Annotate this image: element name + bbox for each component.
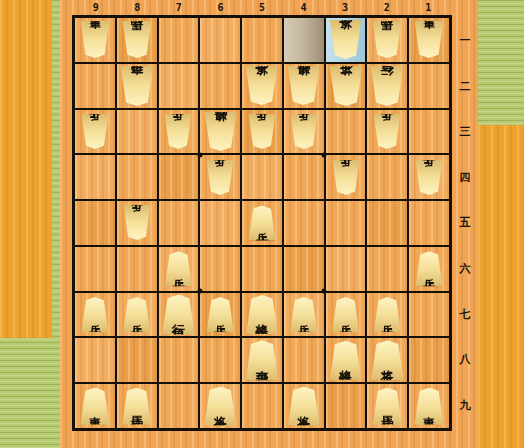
- square-86[interactable]: [117, 247, 157, 291]
- rank-label-4: 四: [452, 155, 478, 201]
- piece-kanji: 桂馬: [131, 405, 143, 408]
- square-98[interactable]: [75, 338, 115, 382]
- square-85[interactable]: 歩兵: [117, 201, 157, 245]
- square-89[interactable]: 桂馬: [117, 384, 157, 428]
- square-15[interactable]: [409, 201, 449, 245]
- square-72[interactable]: [159, 64, 199, 108]
- sente-pawn-87[interactable]: 歩兵: [123, 297, 151, 332]
- square-57[interactable]: 銀将: [242, 293, 282, 337]
- square-97[interactable]: 歩兵: [75, 293, 115, 337]
- square-96[interactable]: [75, 247, 115, 291]
- gote-knight-21[interactable]: 桂馬: [372, 21, 402, 58]
- square-95[interactable]: [75, 201, 115, 245]
- piece-kanji: 桂馬: [131, 38, 143, 41]
- gote-pawn-43[interactable]: 歩兵: [290, 114, 318, 149]
- piece-kanji: 王将: [339, 84, 352, 87]
- square-64[interactable]: 歩兵: [200, 155, 240, 199]
- square-74[interactable]: [159, 155, 199, 199]
- square-32[interactable]: 王将: [326, 64, 366, 108]
- star-point: [322, 289, 327, 294]
- sente-pawn-37[interactable]: 歩兵: [332, 297, 360, 332]
- square-87[interactable]: 歩兵: [117, 293, 157, 337]
- square-27[interactable]: 歩兵: [367, 293, 407, 337]
- sente-king-28[interactable]: 玉将: [370, 340, 404, 380]
- square-26[interactable]: [367, 247, 407, 291]
- piece-kanji: 歩兵: [423, 176, 435, 179]
- rank-label-5: 五: [452, 200, 478, 246]
- square-92[interactable]: [75, 64, 115, 108]
- file-label-7: 7: [158, 0, 200, 15]
- square-18[interactable]: [409, 338, 449, 382]
- square-19[interactable]: 香車: [409, 384, 449, 428]
- star-point: [322, 152, 327, 157]
- sente-pawn-97[interactable]: 歩兵: [81, 297, 109, 332]
- rank-label-1: 一: [452, 18, 478, 64]
- square-13[interactable]: [409, 110, 449, 154]
- square-69[interactable]: 金将: [200, 384, 240, 428]
- rank-label-3: 三: [452, 109, 478, 155]
- rank-label-6: 六: [452, 246, 478, 292]
- square-51[interactable]: [242, 18, 282, 62]
- gote-pawn-64[interactable]: 歩兵: [206, 160, 234, 195]
- gote-knight-81[interactable]: 桂馬: [122, 21, 152, 58]
- gote-gold-52[interactable]: 金将: [245, 66, 278, 105]
- square-84[interactable]: [117, 155, 157, 199]
- file-labels: 987654321: [75, 0, 449, 15]
- sente-pawn-27[interactable]: 歩兵: [373, 297, 401, 332]
- file-label-9: 9: [75, 0, 117, 15]
- sente-knight-29[interactable]: 桂馬: [372, 388, 402, 425]
- piece-kanji: 桂馬: [381, 38, 393, 41]
- piece-kanji: 歩兵: [381, 313, 393, 316]
- square-47[interactable]: 歩兵: [284, 293, 324, 337]
- piece-kanji: 歩兵: [172, 130, 184, 133]
- file-label-2: 2: [366, 0, 408, 15]
- piece-kanji: 歩兵: [214, 313, 226, 316]
- square-56[interactable]: [242, 247, 282, 291]
- square-99[interactable]: 香車: [75, 384, 115, 428]
- sente-pawn-67[interactable]: 歩兵: [206, 297, 234, 332]
- square-38[interactable]: 銀将: [326, 338, 366, 382]
- square-14[interactable]: 歩兵: [409, 155, 449, 199]
- piece-kanji: 玉将: [381, 359, 394, 362]
- piece-kanji: 飛車: [130, 84, 143, 87]
- shogi-app: 987654321 一二三四五六七八九 香車桂馬金将桂馬香車飛車金将銀将王将角行…: [0, 0, 524, 448]
- rank-label-7: 七: [452, 291, 478, 337]
- piece-kanji: 歩兵: [298, 130, 310, 133]
- sente-bishop-77[interactable]: 角行: [161, 295, 195, 335]
- piece-kanji: 飛車: [255, 359, 268, 362]
- piece-kanji: 歩兵: [131, 221, 143, 224]
- square-93[interactable]: 歩兵: [75, 110, 115, 154]
- sente-rook-58[interactable]: 飛車: [245, 340, 279, 380]
- gote-pawn-85[interactable]: 歩兵: [123, 205, 151, 240]
- square-35[interactable]: [326, 201, 366, 245]
- square-77[interactable]: 角行: [159, 293, 199, 337]
- gote-silver-63[interactable]: 銀将: [204, 112, 237, 151]
- square-42[interactable]: 銀将: [284, 64, 324, 108]
- piece-kanji: 金将: [297, 405, 310, 408]
- sente-lance-99[interactable]: 香車: [80, 388, 110, 425]
- square-21[interactable]: 桂馬: [367, 18, 407, 62]
- square-82[interactable]: 飛車: [117, 64, 157, 108]
- square-58[interactable]: 飛車: [242, 338, 282, 382]
- square-11[interactable]: 香車: [409, 18, 449, 62]
- square-91[interactable]: 香車: [75, 18, 115, 62]
- square-71[interactable]: [159, 18, 199, 62]
- square-34[interactable]: 歩兵: [326, 155, 366, 199]
- square-59[interactable]: [242, 384, 282, 428]
- square-28[interactable]: 玉将: [367, 338, 407, 382]
- piece-kanji: 歩兵: [381, 130, 393, 133]
- sente-gold-69[interactable]: 金将: [204, 387, 237, 426]
- square-33[interactable]: [326, 110, 366, 154]
- piece-kanji: 銀将: [255, 313, 268, 316]
- piece-kanji: 香車: [423, 38, 435, 41]
- square-81[interactable]: 桂馬: [117, 18, 157, 62]
- gote-lance-11[interactable]: 香車: [414, 21, 444, 58]
- sente-silver-38[interactable]: 銀将: [329, 341, 362, 380]
- square-66[interactable]: [200, 247, 240, 291]
- piece-kanji: 角行: [172, 313, 185, 316]
- square-53[interactable]: 歩兵: [242, 110, 282, 154]
- square-75[interactable]: [159, 201, 199, 245]
- piece-kanji: 歩兵: [256, 130, 268, 133]
- piece-kanji: 歩兵: [172, 267, 184, 270]
- gote-pawn-34[interactable]: 歩兵: [332, 160, 360, 195]
- square-39[interactable]: [326, 384, 366, 428]
- piece-kanji: 銀将: [297, 84, 310, 87]
- square-67[interactable]: 歩兵: [200, 293, 240, 337]
- square-29[interactable]: 桂馬: [367, 384, 407, 428]
- piece-kanji: 銀将: [339, 359, 352, 362]
- square-68[interactable]: [200, 338, 240, 382]
- piece-kanji: 桂馬: [381, 405, 393, 408]
- sente-knight-89[interactable]: 桂馬: [122, 388, 152, 425]
- sente-pawn-55[interactable]: 歩兵: [248, 205, 276, 240]
- file-label-3: 3: [324, 0, 366, 15]
- square-12[interactable]: [409, 64, 449, 108]
- piece-kanji: 歩兵: [298, 313, 310, 316]
- gote-lance-91[interactable]: 香車: [80, 21, 110, 58]
- sente-pawn-16[interactable]: 歩兵: [415, 251, 443, 286]
- square-73[interactable]: 歩兵: [159, 110, 199, 154]
- file-label-6: 6: [200, 0, 242, 15]
- piece-kanji: 香車: [423, 405, 435, 408]
- sente-silver-57[interactable]: 銀将: [245, 295, 278, 334]
- piece-kanji: 歩兵: [131, 313, 143, 316]
- rank-label-8: 八: [452, 337, 478, 383]
- piece-kanji: 歩兵: [89, 313, 101, 316]
- file-label-8: 8: [117, 0, 159, 15]
- piece-kanji: 歩兵: [256, 221, 268, 224]
- piece-kanji: 金将: [255, 84, 268, 87]
- gote-pawn-93[interactable]: 歩兵: [81, 114, 109, 149]
- square-23[interactable]: 歩兵: [367, 110, 407, 154]
- star-point: [197, 152, 202, 157]
- rank-label-2: 二: [452, 64, 478, 110]
- square-76[interactable]: 歩兵: [159, 247, 199, 291]
- square-16[interactable]: 歩兵: [409, 247, 449, 291]
- file-label-5: 5: [241, 0, 283, 15]
- square-88[interactable]: [117, 338, 157, 382]
- file-label-4: 4: [283, 0, 325, 15]
- piece-kanji: 歩兵: [423, 267, 435, 270]
- square-43[interactable]: 歩兵: [284, 110, 324, 154]
- square-22[interactable]: 角行: [367, 64, 407, 108]
- gote-bishop-22[interactable]: 角行: [370, 66, 404, 106]
- gote-king-32[interactable]: 王将: [329, 66, 363, 106]
- piece-kanji: 歩兵: [214, 176, 226, 179]
- square-83[interactable]: [117, 110, 157, 154]
- square-54[interactable]: [242, 155, 282, 199]
- piece-kanji: 角行: [381, 84, 394, 87]
- square-31[interactable]: 金将: [326, 18, 366, 62]
- gote-gold-31[interactable]: 金将: [329, 20, 362, 59]
- star-point: [197, 289, 202, 294]
- square-78[interactable]: [159, 338, 199, 382]
- square-44[interactable]: [284, 155, 324, 199]
- shogi-board: 香車桂馬金将桂馬香車飛車金将銀将王将角行歩兵歩兵銀将歩兵歩兵歩兵歩兵歩兵歩兵歩兵…: [72, 15, 452, 431]
- square-41[interactable]: [284, 18, 324, 62]
- sente-gold-49[interactable]: 金将: [287, 387, 320, 426]
- square-79[interactable]: [159, 384, 199, 428]
- square-36[interactable]: [326, 247, 366, 291]
- piece-kanji: 金将: [339, 38, 352, 41]
- sente-pawn-47[interactable]: 歩兵: [290, 297, 318, 332]
- sente-pawn-76[interactable]: 歩兵: [164, 251, 192, 286]
- square-55[interactable]: 歩兵: [242, 201, 282, 245]
- square-63[interactable]: 銀将: [200, 110, 240, 154]
- square-37[interactable]: 歩兵: [326, 293, 366, 337]
- piece-kanji: 香車: [89, 405, 101, 408]
- gote-silver-42[interactable]: 銀将: [287, 66, 320, 105]
- square-17[interactable]: [409, 293, 449, 337]
- piece-kanji: 金将: [214, 405, 227, 408]
- square-94[interactable]: [75, 155, 115, 199]
- piece-kanji: 銀将: [214, 130, 227, 133]
- gote-pawn-53[interactable]: 歩兵: [248, 114, 276, 149]
- gote-piece-stand: [0, 0, 52, 338]
- square-46[interactable]: [284, 247, 324, 291]
- square-45[interactable]: [284, 201, 324, 245]
- square-65[interactable]: [200, 201, 240, 245]
- square-61[interactable]: [200, 18, 240, 62]
- file-label-1: 1: [407, 0, 449, 15]
- gote-rook-82[interactable]: 飛車: [120, 66, 154, 106]
- square-62[interactable]: [200, 64, 240, 108]
- sente-piece-stand: [478, 125, 524, 448]
- gote-pawn-73[interactable]: 歩兵: [164, 114, 192, 149]
- piece-kanji: 歩兵: [89, 130, 101, 133]
- piece-kanji: 香車: [89, 38, 101, 41]
- sente-lance-19[interactable]: 香車: [414, 388, 444, 425]
- rank-labels: 一二三四五六七八九: [452, 18, 478, 428]
- rank-label-9: 九: [452, 382, 478, 428]
- square-52[interactable]: 金将: [242, 64, 282, 108]
- square-48[interactable]: [284, 338, 324, 382]
- piece-kanji: 歩兵: [340, 176, 352, 179]
- piece-kanji: 歩兵: [340, 313, 352, 316]
- gote-pawn-23[interactable]: 歩兵: [373, 114, 401, 149]
- square-49[interactable]: 金将: [284, 384, 324, 428]
- gote-pawn-14[interactable]: 歩兵: [415, 160, 443, 195]
- square-24[interactable]: [367, 155, 407, 199]
- square-25[interactable]: [367, 201, 407, 245]
